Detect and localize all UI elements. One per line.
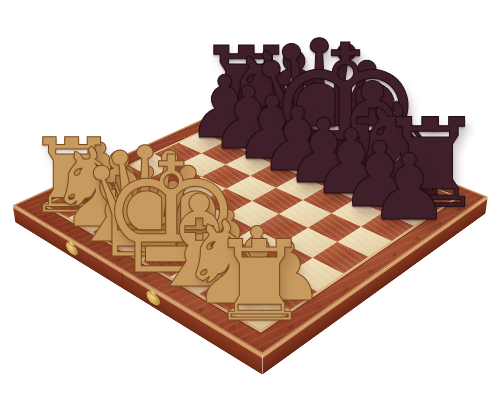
chess-board: abcdefgh 87654321 xyxy=(13,100,488,356)
rank-label-6: 6 xyxy=(413,237,421,242)
square-d3 xyxy=(174,202,227,230)
file-label-g: g xyxy=(196,307,206,313)
square-g2 xyxy=(228,259,286,292)
square-h1 xyxy=(229,292,290,329)
square-f2 xyxy=(200,244,256,276)
square-f5 xyxy=(279,200,331,228)
square-h2 xyxy=(258,275,317,310)
square-h4 xyxy=(312,242,368,274)
square-f3 xyxy=(227,229,282,259)
frame-inlay-stripe xyxy=(41,110,459,333)
brass-clasp xyxy=(147,289,161,308)
square-d2 xyxy=(146,216,200,245)
square-g5 xyxy=(307,213,360,242)
square-b1 xyxy=(68,204,121,232)
square-e3 xyxy=(200,215,254,244)
frame-file-labels: abcdefgh xyxy=(31,209,252,340)
square-c2 xyxy=(121,203,174,231)
board-scene: abcdefgh 87654321 xyxy=(84,33,420,369)
square-h6 xyxy=(361,212,414,241)
square-d1 xyxy=(117,231,172,262)
square-e1 xyxy=(143,245,200,277)
square-g1 xyxy=(199,276,258,311)
file-label-f: f xyxy=(168,290,176,295)
file-label-c: c xyxy=(88,243,97,248)
frame-rank-labels: 87654321 xyxy=(273,202,471,339)
square-g6 xyxy=(331,199,383,226)
square-h5 xyxy=(337,227,392,257)
board-frame: abcdefgh 87654321 xyxy=(13,100,488,356)
rank-label-8: 8 xyxy=(455,208,463,212)
square-g4 xyxy=(282,228,337,258)
chess-set-photo: abcdefgh 87654321 ♜♞♝♛♚♝♞♜♟♟♟♟♟♟♟♟♟♟♟♟♟♟… xyxy=(0,0,500,400)
fold-seam xyxy=(121,270,123,289)
rank-label-3: 3 xyxy=(340,287,349,293)
file-label-h: h xyxy=(227,325,237,331)
file-label-d: d xyxy=(114,258,123,263)
square-f4 xyxy=(254,214,308,243)
rank-label-5: 5 xyxy=(390,253,399,258)
brass-clasp xyxy=(66,240,78,257)
square-h7 xyxy=(383,198,435,225)
file-label-a: a xyxy=(41,215,50,219)
square-e4 xyxy=(227,201,279,229)
rank-label-2: 2 xyxy=(313,305,322,311)
square-e2 xyxy=(172,230,227,260)
rank-label-4: 4 xyxy=(365,269,374,274)
square-f1 xyxy=(170,260,228,294)
file-label-e: e xyxy=(140,274,149,279)
square-h3 xyxy=(286,258,343,291)
square-c1 xyxy=(92,217,146,246)
board-grid xyxy=(46,111,456,329)
rank-label-1: 1 xyxy=(285,325,295,331)
file-label-b: b xyxy=(64,229,73,234)
square-g3 xyxy=(256,243,312,275)
rank-label-7: 7 xyxy=(434,222,442,227)
